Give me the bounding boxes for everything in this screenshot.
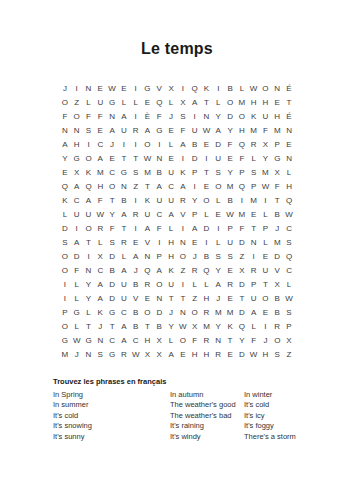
grid-cell-r5c16: Q (236, 138, 248, 152)
grid-cell-r6c10: E (165, 152, 177, 166)
grid-cell-r9c5: T (106, 194, 118, 208)
grid-cell-r2c17: H (248, 96, 260, 110)
grid-cell-r8c8: T (142, 180, 154, 194)
grid-cell-r3c2: O (71, 110, 83, 124)
grid-cell-r14c1: O (59, 264, 71, 278)
grid-cell-r1c19: N (271, 82, 283, 96)
grid-cell-r11c7: I (130, 222, 142, 236)
grid-cell-r20c4: S (94, 348, 106, 362)
grid-cell-r11c5: F (106, 222, 118, 236)
grid-cell-r1c15: B (224, 82, 236, 96)
grid-cell-r14c11: Z (177, 264, 189, 278)
grid-cell-r8c6: N (118, 180, 130, 194)
page-title: Le temps (0, 40, 354, 58)
grid-cell-r4c9: G (153, 124, 165, 138)
grid-cell-r8c13: E (201, 180, 213, 194)
grid-cell-r6c9: N (153, 152, 165, 166)
grid-cell-r18c17: L (248, 320, 260, 334)
grid-cell-r19c7: C (130, 334, 142, 348)
grid-cell-r13c14: S (212, 250, 224, 264)
grid-cell-r7c5: C (106, 166, 118, 180)
grid-cell-r8c4: H (94, 180, 106, 194)
grid-cell-r16c20: W (283, 292, 295, 306)
grid-cell-r7c15: Y (224, 166, 236, 180)
grid-cell-r2c16: M (236, 96, 248, 110)
grid-cell-r4c3: S (83, 124, 95, 138)
grid-cell-r9c16: I (236, 194, 248, 208)
grid-cell-r2c8: E (142, 96, 154, 110)
clue-item: It's icy (244, 411, 343, 421)
grid-cell-r13c17: I (248, 250, 260, 264)
grid-cell-r8c20: H (283, 180, 295, 194)
grid-cell-r9c9: U (153, 194, 165, 208)
grid-cell-r11c19: J (271, 222, 283, 236)
grid-cell-r12c5: S (106, 236, 118, 250)
grid-cell-r14c20: C (283, 264, 295, 278)
grid-cell-r9c19: T (271, 194, 283, 208)
grid-cell-r13c15: S (224, 250, 236, 264)
clue-item: In summer (53, 400, 170, 410)
grid-cell-r2c15: O (224, 96, 236, 110)
grid-cell-r3c17: K (248, 110, 260, 124)
grid-cell-r13c11: O (177, 250, 189, 264)
grid-cell-r18c8: T (142, 320, 154, 334)
grid-cell-r7c16: P (236, 166, 248, 180)
grid-cell-r11c12: A (189, 222, 201, 236)
grid-cell-r20c8: X (142, 348, 154, 362)
grid-cell-r12c8: V (142, 236, 154, 250)
grid-cell-r15c12: L (189, 278, 201, 292)
grid-cell-r7c12: P (189, 166, 201, 180)
grid-cell-r14c5: B (106, 264, 118, 278)
grid-cell-r5c7: I (130, 138, 142, 152)
grid-cell-r10c4: W (94, 208, 106, 222)
grid-cell-r17c17: A (248, 306, 260, 320)
grid-cell-r12c7: E (130, 236, 142, 250)
clue-item: It's windy (170, 432, 244, 442)
grid-cell-r18c13: M (201, 320, 213, 334)
grid-cell-r1c6: E (118, 82, 130, 96)
grid-cell-r2c12: A (189, 96, 201, 110)
grid-cell-r16c3: Y (83, 292, 95, 306)
grid-cell-r11c3: O (83, 222, 95, 236)
grid-cell-r13c8: N (142, 250, 154, 264)
grid-cell-r13c12: J (189, 250, 201, 264)
grid-cell-r14c9: A (153, 264, 165, 278)
grid-cell-r4c10: E (165, 124, 177, 138)
grid-cell-r7c20: L (283, 166, 295, 180)
grid-cell-r8c7: Z (130, 180, 142, 194)
grid-cell-r12c19: M (271, 236, 283, 250)
grid-cell-r9c1: K (59, 194, 71, 208)
grid-cell-r5c14: D (212, 138, 224, 152)
grid-cell-r19c2: W (71, 334, 83, 348)
grid-cell-r19c11: O (177, 334, 189, 348)
grid-cell-r15c20: L (283, 278, 295, 292)
grid-cell-r18c16: Q (236, 320, 248, 334)
clues-heading: Trouvez les phrases en français (53, 377, 343, 386)
grid-cell-r16c5: D (106, 292, 118, 306)
grid-cell-r12c12: E (189, 236, 201, 250)
grid-cell-r1c20: É (283, 82, 295, 96)
grid-cell-r3c18: U (260, 110, 272, 124)
grid-cell-r9c13: O (201, 194, 213, 208)
grid-cell-r12c20: S (283, 236, 295, 250)
grid-cell-r12c4: L (94, 236, 106, 250)
grid-cell-r20c5: G (106, 348, 118, 362)
grid-cell-r6c11: I (177, 152, 189, 166)
grid-cell-r19c5: C (106, 334, 118, 348)
grid-cell-r20c10: A (165, 348, 177, 362)
grid-cell-r8c18: W (260, 180, 272, 194)
clue-column-1: In Spring In summer It's cold It's snowi… (53, 390, 170, 442)
grid-cell-r5c10: L (165, 138, 177, 152)
grid-cell-r11c2: I (71, 222, 83, 236)
grid-cell-r5c18: X (260, 138, 272, 152)
clue-item: It's sunny (53, 432, 170, 442)
grid-cell-r7c1: E (59, 166, 71, 180)
grid-cell-r4c13: W (201, 124, 213, 138)
grid-cell-r10c19: B (271, 208, 283, 222)
grid-cell-r14c3: N (83, 264, 95, 278)
grid-cell-r16c11: T (177, 292, 189, 306)
grid-cell-r1c16: L (236, 82, 248, 96)
grid-cell-r1c13: K (201, 82, 213, 96)
grid-cell-r12c18: L (260, 236, 272, 250)
grid-cell-r18c15: K (224, 320, 236, 334)
grid-cell-r2c9: Q (153, 96, 165, 110)
grid-cell-r6c4: A (94, 152, 106, 166)
grid-cell-r3c1: F (59, 110, 71, 124)
grid-cell-r9c8: K (142, 194, 154, 208)
grid-cell-r10c17: E (248, 208, 260, 222)
grid-cell-r18c18: I (260, 320, 272, 334)
grid-cell-r8c15: M (224, 180, 236, 194)
grid-cell-r5c8: O (142, 138, 154, 152)
grid-cell-r16c16: T (236, 292, 248, 306)
word-search-grid: JINEWEIGVXIQKIBLWONÉOZLUGLLEQLXATLOMHHET… (59, 82, 295, 362)
grid-cell-r20c11: E (177, 348, 189, 362)
grid-cell-r10c15: W (224, 208, 236, 222)
grid-cell-r4c11: F (177, 124, 189, 138)
grid-cell-r2c1: O (59, 96, 71, 110)
grid-cell-r10c18: L (260, 208, 272, 222)
grid-cell-r16c6: U (118, 292, 130, 306)
grid-cell-r7c8: M (142, 166, 154, 180)
grid-cell-r17c8: O (142, 306, 154, 320)
grid-cell-r14c12: R (189, 264, 201, 278)
grid-cell-r8c17: P (248, 180, 260, 194)
grid-cell-r13c2: D (71, 250, 83, 264)
clue-item: It's snowing (53, 421, 170, 431)
grid-cell-r19c10: L (165, 334, 177, 348)
grid-cell-r6c18: Y (260, 152, 272, 166)
grid-cell-r3c7: I (130, 110, 142, 124)
grid-cell-r14c19: V (271, 264, 283, 278)
grid-cell-r19c1: G (59, 334, 71, 348)
grid-cell-r11c9: F (153, 222, 165, 236)
grid-cell-r4c14: A (212, 124, 224, 138)
grid-cell-r17c7: B (130, 306, 142, 320)
grid-cell-r15c5: D (106, 278, 118, 292)
grid-cell-r4c8: A (142, 124, 154, 138)
grid-cell-r17c3: L (83, 306, 95, 320)
grid-cell-r16c18: O (260, 292, 272, 306)
grid-cell-r2c5: G (106, 96, 118, 110)
grid-cell-r13c13: B (201, 250, 213, 264)
grid-cell-r19c13: R (201, 334, 213, 348)
grid-cell-r3c6: A (118, 110, 130, 124)
grid-cell-r20c15: E (224, 348, 236, 362)
grid-cell-r4c19: M (271, 124, 283, 138)
clue-item: There's a storm (244, 432, 343, 442)
grid-cell-r18c10: Y (165, 320, 177, 334)
clue-column-3: In winter It's cold It's icy It's foggy … (244, 390, 343, 442)
grid-cell-r8c3: Q (83, 180, 95, 194)
grid-cell-r17c6: C (118, 306, 130, 320)
grid-cell-r15c18: T (260, 278, 272, 292)
grid-cell-r15c1: I (59, 278, 71, 292)
grid-cell-r16c19: B (271, 292, 283, 306)
grid-cell-r2c19: E (271, 96, 283, 110)
grid-cell-r18c20: P (283, 320, 295, 334)
grid-cell-r16c4: A (94, 292, 106, 306)
clue-item: It's foggy (244, 421, 343, 431)
grid-cell-r4c17: M (248, 124, 260, 138)
grid-cell-r14c18: U (260, 264, 272, 278)
grid-cell-r18c4: J (94, 320, 106, 334)
grid-cell-r20c6: R (118, 348, 130, 362)
grid-cell-r6c8: W (142, 152, 154, 166)
grid-cell-r20c20: Z (283, 348, 295, 362)
grid-cell-r12c10: H (165, 236, 177, 250)
grid-cell-r18c9: B (153, 320, 165, 334)
grid-cell-r5c12: B (189, 138, 201, 152)
grid-cell-r17c1: P (59, 306, 71, 320)
grid-cell-r18c11: W (177, 320, 189, 334)
grid-cell-r7c9: B (153, 166, 165, 180)
grid-cell-r8c14: O (212, 180, 224, 194)
grid-cell-r2c10: L (165, 96, 177, 110)
grid-cell-r11c20: C (283, 222, 295, 236)
grid-cell-r5c11: A (177, 138, 189, 152)
grid-cell-r2c11: X (177, 96, 189, 110)
grid-cell-r4c5: A (106, 124, 118, 138)
grid-cell-r8c12: I (189, 180, 201, 194)
grid-cell-r6c16: F (236, 152, 248, 166)
grid-cell-r19c12: F (189, 334, 201, 348)
grid-cell-r11c11: I (177, 222, 189, 236)
grid-cell-r16c17: U (248, 292, 260, 306)
grid-cell-r10c6: A (118, 208, 130, 222)
grid-cell-r4c6: U (118, 124, 130, 138)
grid-cell-r4c1: N (59, 124, 71, 138)
grid-cell-r12c13: I (201, 236, 213, 250)
grid-cell-r7c11: K (177, 166, 189, 180)
clue-item: It's cold (53, 411, 170, 421)
grid-cell-r15c2: L (71, 278, 83, 292)
grid-cell-r16c13: H (201, 292, 213, 306)
grid-cell-r11c14: I (212, 222, 224, 236)
grid-cell-r18c5: T (106, 320, 118, 334)
clue-item: In Spring (53, 390, 170, 400)
grid-cell-r3c14: Y (212, 110, 224, 124)
grid-cell-r1c7: I (130, 82, 142, 96)
grid-cell-r8c10: C (165, 180, 177, 194)
grid-cell-r1c1: J (59, 82, 71, 96)
grid-cell-r3c19: H (271, 110, 283, 124)
grid-cell-r11c13: D (201, 222, 213, 236)
grid-cell-r19c6: A (118, 334, 130, 348)
grid-cell-r15c17: P (248, 278, 260, 292)
grid-cell-r16c9: N (153, 292, 165, 306)
grid-cell-r16c8: E (142, 292, 154, 306)
grid-cell-r16c10: T (165, 292, 177, 306)
grid-cell-r13c4: X (94, 250, 106, 264)
grid-cell-r6c13: I (201, 152, 213, 166)
clue-item: It's cold (244, 400, 343, 410)
grid-cell-r17c19: B (271, 306, 283, 320)
grid-cell-r7c2: X (71, 166, 83, 180)
grid-cell-r6c3: O (83, 152, 95, 166)
grid-cell-r16c2: L (71, 292, 83, 306)
grid-cell-r6c5: E (106, 152, 118, 166)
grid-cell-r5c20: E (283, 138, 295, 152)
grid-cell-r18c14: Y (212, 320, 224, 334)
grid-cell-r11c18: P (260, 222, 272, 236)
grid-cell-r15c9: O (153, 278, 165, 292)
grid-cell-r4c4: E (94, 124, 106, 138)
grid-cell-r12c16: D (236, 236, 248, 250)
grid-cell-r20c9: X (153, 348, 165, 362)
grid-cell-r17c13: R (201, 306, 213, 320)
grid-cell-r14c4: C (94, 264, 106, 278)
grid-cell-r9c17: M (248, 194, 260, 208)
grid-cell-r13c16: Z (236, 250, 248, 264)
grid-cell-r10c16: M (236, 208, 248, 222)
clues-section: Trouvez les phrases en français In Sprin… (53, 377, 343, 442)
grid-cell-r10c20: W (283, 208, 295, 222)
grid-cell-r19c4: N (94, 334, 106, 348)
grid-cell-r15c6: U (118, 278, 130, 292)
grid-cell-r8c9: A (153, 180, 165, 194)
clue-item: In winter (244, 390, 343, 400)
grid-cell-r17c11: N (177, 306, 189, 320)
grid-cell-r11c4: R (94, 222, 106, 236)
grid-cell-r13c10: H (165, 250, 177, 264)
grid-cell-r2c2: Z (71, 96, 83, 110)
grid-cell-r18c6: A (118, 320, 130, 334)
grid-cell-r7c13: T (201, 166, 213, 180)
grid-cell-r10c2: U (71, 208, 83, 222)
grid-cell-r4c18: F (260, 124, 272, 138)
grid-cell-r2c4: U (94, 96, 106, 110)
grid-cell-r8c11: A (177, 180, 189, 194)
grid-cell-r8c1: Q (59, 180, 71, 194)
grid-cell-r14c10: K (165, 264, 177, 278)
grid-cell-r12c1: S (59, 236, 71, 250)
grid-cell-r13c9: P (153, 250, 165, 264)
grid-cell-r7c3: K (83, 166, 95, 180)
grid-cell-r4c16: H (236, 124, 248, 138)
grid-cell-r13c20: Q (283, 250, 295, 264)
clue-item: It's raining (170, 421, 244, 431)
grid-cell-r15c16: D (236, 278, 248, 292)
grid-cell-r1c2: I (71, 82, 83, 96)
grid-cell-r6c19: G (271, 152, 283, 166)
grid-cell-r1c11: I (177, 82, 189, 96)
grid-cell-r4c20: N (283, 124, 295, 138)
grid-cell-r13c3: I (83, 250, 95, 264)
grid-cell-r20c16: D (236, 348, 248, 362)
grid-cell-r9c6: B (118, 194, 130, 208)
grid-cell-r12c2: A (71, 236, 83, 250)
grid-cell-r3c20: É (283, 110, 295, 124)
grid-cell-r18c1: O (59, 320, 71, 334)
grid-cell-r5c2: H (71, 138, 83, 152)
grid-cell-r5c4: C (94, 138, 106, 152)
grid-cell-r3c5: N (106, 110, 118, 124)
grid-cell-r20c19: S (271, 348, 283, 362)
grid-cell-r1c8: G (142, 82, 154, 96)
grid-cell-r5c13: E (201, 138, 213, 152)
clue-item: In autumn (170, 390, 244, 400)
grid-cell-r8c16: Q (236, 180, 248, 194)
grid-cell-r11c1: D (59, 222, 71, 236)
grid-cell-r17c18: E (260, 306, 272, 320)
grid-cell-r17c10: J (165, 306, 177, 320)
grid-cell-r2c3: L (83, 96, 95, 110)
grid-cell-r20c18: H (260, 348, 272, 362)
grid-cell-r19c15: T (224, 334, 236, 348)
grid-cell-r19c9: X (153, 334, 165, 348)
grid-cell-r8c19: F (271, 180, 283, 194)
grid-cell-r14c16: X (236, 264, 248, 278)
grid-cell-r10c14: E (212, 208, 224, 222)
grid-cell-r1c9: V (153, 82, 165, 96)
grid-cell-r10c12: P (189, 208, 201, 222)
grid-cell-r13c5: D (106, 250, 118, 264)
grid-cell-r1c14: I (212, 82, 224, 96)
grid-cell-r15c13: L (201, 278, 213, 292)
grid-cell-r2c18: H (260, 96, 272, 110)
grid-cell-r5c9: I (153, 138, 165, 152)
grid-cell-r9c18: I (260, 194, 272, 208)
grid-cell-r9c7: I (130, 194, 142, 208)
grid-cell-r5c19: P (271, 138, 283, 152)
grid-cell-r10c7: R (130, 208, 142, 222)
grid-cell-r5c17: R (248, 138, 260, 152)
grid-cell-r20c2: J (71, 348, 83, 362)
grid-cell-r14c17: R (248, 264, 260, 278)
grid-cell-r15c3: Y (83, 278, 95, 292)
grid-cell-r17c4: K (94, 306, 106, 320)
grid-cell-r11c6: T (118, 222, 130, 236)
grid-cell-r18c12: X (189, 320, 201, 334)
clue-columns: In Spring In summer It's cold It's snowi… (53, 390, 343, 442)
grid-cell-r19c14: N (212, 334, 224, 348)
grid-cell-r9c20: Q (283, 194, 295, 208)
grid-cell-r5c5: J (106, 138, 118, 152)
grid-cell-r10c1: L (59, 208, 71, 222)
grid-cell-r10c8: U (142, 208, 154, 222)
grid-cell-r19c16: Y (236, 334, 248, 348)
grid-cell-r18c2: L (71, 320, 83, 334)
grid-cell-r3c16: O (236, 110, 248, 124)
grid-cell-r2c20: T (283, 96, 295, 110)
grid-cell-r19c8: H (142, 334, 154, 348)
grid-cell-r4c15: Y (224, 124, 236, 138)
